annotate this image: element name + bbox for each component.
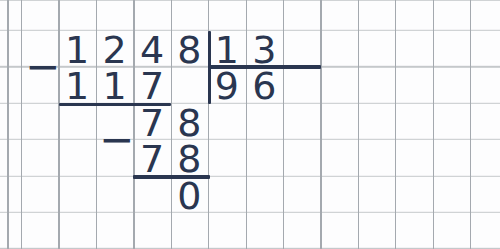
quotient-underline bbox=[208, 65, 321, 68]
digit-cell: 1 bbox=[65, 67, 89, 105]
digit-cell: 7 bbox=[140, 67, 164, 105]
subtrahend-117-underline bbox=[59, 103, 170, 106]
digit-cell: 8 bbox=[177, 140, 201, 178]
division-board: 1248131179678780 −− bbox=[0, 0, 500, 249]
subtrahend-78-underline bbox=[133, 175, 210, 178]
minus-1248-117: − bbox=[25, 46, 60, 88]
digit-cell: 1 bbox=[215, 31, 239, 69]
digit-cell: 9 bbox=[215, 67, 239, 105]
digit-cell: 7 bbox=[140, 140, 164, 178]
digit-cell: 6 bbox=[252, 67, 276, 105]
digit-cell: 8 bbox=[177, 31, 201, 69]
digit-cell: 2 bbox=[102, 31, 126, 69]
digit-cell: 4 bbox=[140, 31, 164, 69]
digit-cell: 8 bbox=[177, 104, 201, 142]
minus-78-78: − bbox=[99, 119, 134, 161]
digit-cell: 1 bbox=[102, 67, 126, 105]
digit-cell: 3 bbox=[252, 31, 276, 69]
digit-cell: 7 bbox=[140, 104, 164, 142]
digit-cell: 0 bbox=[177, 177, 201, 215]
digit-cell: 1 bbox=[65, 31, 89, 69]
